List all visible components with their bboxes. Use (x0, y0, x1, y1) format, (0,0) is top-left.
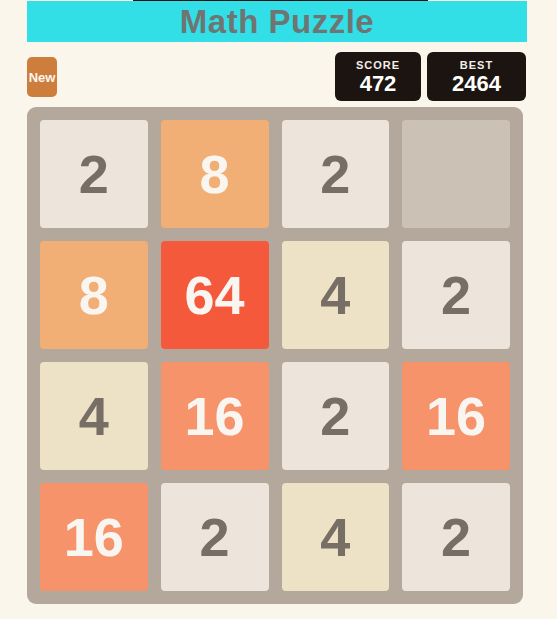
tile-4-r3c1: 4 (40, 362, 148, 470)
tile-2-r4c2: 2 (161, 483, 269, 591)
tile-2-r4c4: 2 (402, 483, 510, 591)
tile-4-r4c3: 4 (282, 483, 390, 591)
tile-4-r2c3: 4 (282, 241, 390, 349)
empty-cell-r1c4 (402, 120, 510, 228)
best-label: BEST (460, 58, 493, 72)
title-bar: Math Puzzle (27, 1, 527, 42)
best-box: BEST 2464 (427, 52, 526, 101)
app-page: Math Puzzle New SCORE 472 BEST 2464 2828… (0, 0, 557, 619)
tile-8-r1c2: 8 (161, 120, 269, 228)
score-label: SCORE (356, 58, 400, 72)
tile-16-r3c2: 16 (161, 362, 269, 470)
tile-16-r4c1: 16 (40, 483, 148, 591)
tile-2-r1c1: 2 (40, 120, 148, 228)
page-title: Math Puzzle (180, 3, 374, 41)
tile-64-r2c2: 64 (161, 241, 269, 349)
score-value: 472 (360, 72, 397, 96)
new-game-button[interactable]: New (27, 57, 57, 97)
score-box: SCORE 472 (335, 52, 421, 101)
tile-16-r3c4: 16 (402, 362, 510, 470)
board[interactable]: 2828644241621616242 (27, 107, 523, 604)
tile-2-r1c3: 2 (282, 120, 390, 228)
tile-8-r2c1: 8 (40, 241, 148, 349)
best-value: 2464 (452, 72, 501, 96)
tile-2-r2c4: 2 (402, 241, 510, 349)
tile-2-r3c3: 2 (282, 362, 390, 470)
